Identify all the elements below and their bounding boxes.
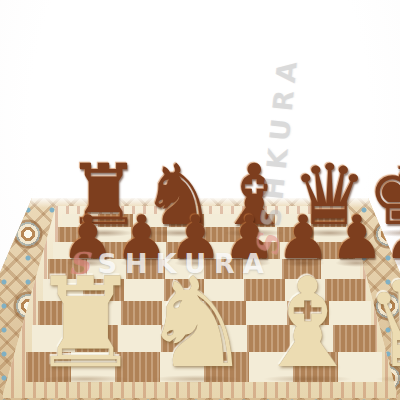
white-rook-glyph: ♜ — [30, 268, 141, 380]
chess-set-photo: ♜♞♝♛♚♝♞♜ ♟♟♟♟♟♟♟♟ ♜♞♝♛♚♝♞♜ S SHKURA S SH… — [0, 0, 400, 400]
white-queen-glyph: ♛ — [364, 268, 400, 380]
white-knight-glyph: ♞ — [141, 268, 252, 380]
watermark-horizontal-text: SHKURA — [98, 248, 272, 279]
watermark-horizontal: S SHKURA — [68, 246, 272, 281]
white-bishop-glyph: ♝ — [252, 268, 363, 380]
white-queen: ♛ — [364, 258, 400, 380]
shkura-logo-icon: S — [68, 246, 90, 281]
